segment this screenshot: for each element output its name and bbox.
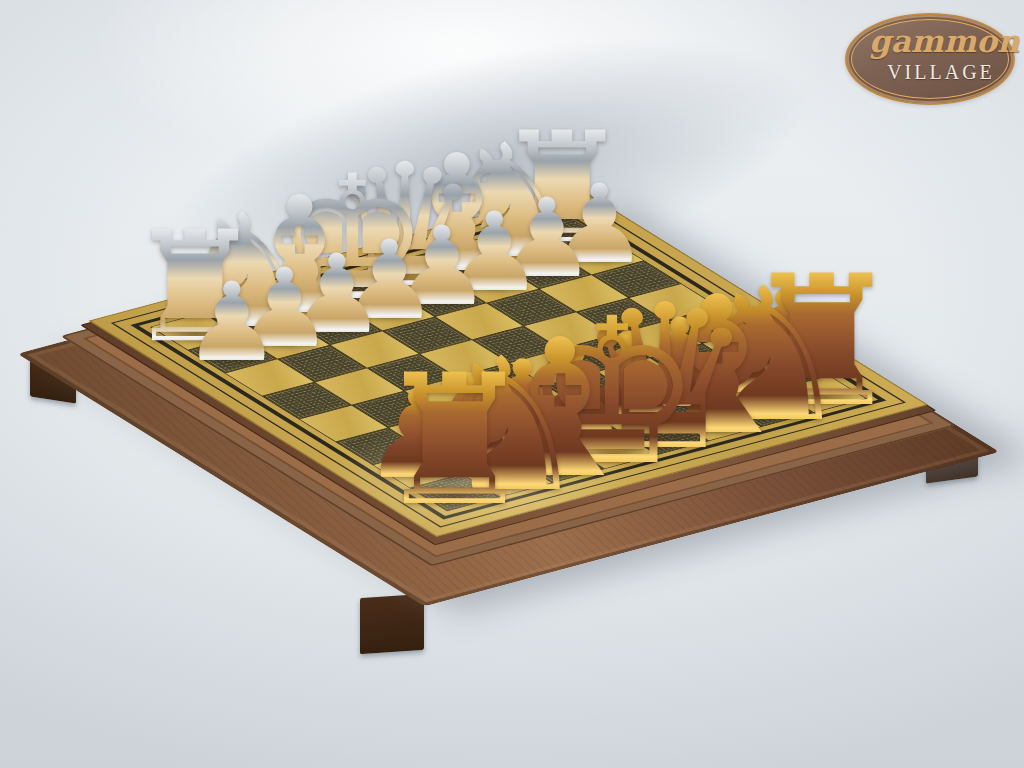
brand-logo-script-text: gammon <box>869 23 999 59</box>
piece-gold-rook-a1[interactable]: ♜ <box>365 351 545 531</box>
brand-logo-caps-text: VILLAGE <box>881 61 1001 84</box>
product-photo-scene: ♜♞♝♚♛♝♞♜♟♟♟♟♟♟♟♟♟♟♟♟♟♟♟♟♜♞♝♚♛♝♞♜ gammon … <box>0 0 1024 768</box>
piece-silver-pawn-a7[interactable]: ♟ <box>177 268 286 377</box>
brand-logo: gammon VILLAGE <box>845 13 1015 105</box>
board-foot-near <box>360 594 424 654</box>
